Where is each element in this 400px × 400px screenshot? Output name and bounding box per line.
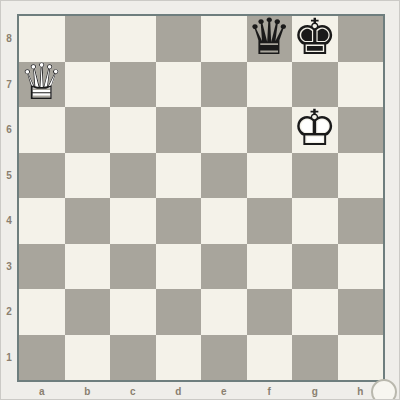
square-a5[interactable] bbox=[19, 153, 65, 199]
rank-label-3: 3 bbox=[1, 244, 17, 290]
square-c3[interactable] bbox=[110, 244, 156, 290]
square-c4[interactable] bbox=[110, 198, 156, 244]
rank-label-7: 7 bbox=[1, 62, 17, 108]
rank-label-8: 8 bbox=[1, 16, 17, 62]
rank-labels: 87654321 bbox=[1, 16, 17, 380]
square-h3[interactable] bbox=[338, 244, 384, 290]
board-frame: ♛♚♛♕♚♔ bbox=[17, 14, 385, 382]
square-a7[interactable]: ♛♕ bbox=[19, 62, 65, 108]
file-label-a: a bbox=[19, 383, 65, 399]
file-label-b: b bbox=[65, 383, 111, 399]
square-c1[interactable] bbox=[110, 335, 156, 381]
square-c8[interactable] bbox=[110, 16, 156, 62]
file-label-f: f bbox=[247, 383, 293, 399]
square-f8[interactable]: ♛ bbox=[247, 16, 293, 62]
square-e4[interactable] bbox=[201, 198, 247, 244]
rank-label-5: 5 bbox=[1, 153, 17, 199]
square-c6[interactable] bbox=[110, 107, 156, 153]
file-label-d: d bbox=[156, 383, 202, 399]
square-f6[interactable] bbox=[247, 107, 293, 153]
black-queen-icon: ♛ bbox=[247, 12, 292, 62]
white-queen-outline-icon: ♕ bbox=[19, 57, 64, 107]
file-label-e: e bbox=[201, 383, 247, 399]
white-king-icon: ♚ bbox=[292, 103, 337, 153]
white-king-g6[interactable]: ♚♔ bbox=[292, 107, 338, 153]
square-g7[interactable] bbox=[292, 62, 338, 108]
square-d1[interactable] bbox=[156, 335, 202, 381]
square-a3[interactable] bbox=[19, 244, 65, 290]
square-e2[interactable] bbox=[201, 289, 247, 335]
square-c7[interactable] bbox=[110, 62, 156, 108]
rank-label-6: 6 bbox=[1, 107, 17, 153]
square-d3[interactable] bbox=[156, 244, 202, 290]
square-f2[interactable] bbox=[247, 289, 293, 335]
rank-label-2: 2 bbox=[1, 289, 17, 335]
square-a1[interactable] bbox=[19, 335, 65, 381]
file-label-g: g bbox=[292, 383, 338, 399]
square-a6[interactable] bbox=[19, 107, 65, 153]
square-b6[interactable] bbox=[65, 107, 111, 153]
square-g2[interactable] bbox=[292, 289, 338, 335]
file-labels: abcdefgh bbox=[19, 383, 383, 399]
square-d7[interactable] bbox=[156, 62, 202, 108]
square-h7[interactable] bbox=[338, 62, 384, 108]
square-c5[interactable] bbox=[110, 153, 156, 199]
square-e6[interactable] bbox=[201, 107, 247, 153]
board: ♛♚♛♕♚♔ bbox=[19, 16, 383, 380]
black-queen-f8[interactable]: ♛ bbox=[247, 16, 293, 62]
square-e5[interactable] bbox=[201, 153, 247, 199]
square-g8[interactable]: ♚ bbox=[292, 16, 338, 62]
square-d5[interactable] bbox=[156, 153, 202, 199]
square-b1[interactable] bbox=[65, 335, 111, 381]
square-f3[interactable] bbox=[247, 244, 293, 290]
white-queen-a7[interactable]: ♛♕ bbox=[19, 62, 65, 108]
square-b8[interactable] bbox=[65, 16, 111, 62]
square-c2[interactable] bbox=[110, 289, 156, 335]
square-d8[interactable] bbox=[156, 16, 202, 62]
black-king-icon: ♚ bbox=[292, 12, 337, 62]
rank-label-4: 4 bbox=[1, 198, 17, 244]
square-h1[interactable] bbox=[338, 335, 384, 381]
square-e7[interactable] bbox=[201, 62, 247, 108]
square-g6[interactable]: ♚♔ bbox=[292, 107, 338, 153]
file-label-c: c bbox=[110, 383, 156, 399]
square-a8[interactable] bbox=[19, 16, 65, 62]
square-e1[interactable] bbox=[201, 335, 247, 381]
square-b5[interactable] bbox=[65, 153, 111, 199]
square-a4[interactable] bbox=[19, 198, 65, 244]
square-d6[interactable] bbox=[156, 107, 202, 153]
square-h2[interactable] bbox=[338, 289, 384, 335]
square-e8[interactable] bbox=[201, 16, 247, 62]
square-h6[interactable] bbox=[338, 107, 384, 153]
black-king-g8[interactable]: ♚ bbox=[292, 16, 338, 62]
square-h4[interactable] bbox=[338, 198, 384, 244]
square-f4[interactable] bbox=[247, 198, 293, 244]
square-g3[interactable] bbox=[292, 244, 338, 290]
white-queen-icon: ♛ bbox=[19, 57, 64, 107]
square-h8[interactable] bbox=[338, 16, 384, 62]
rank-label-1: 1 bbox=[1, 335, 17, 381]
square-f7[interactable] bbox=[247, 62, 293, 108]
circle-icon[interactable] bbox=[371, 379, 397, 400]
white-king-outline-icon: ♔ bbox=[292, 103, 337, 153]
square-g5[interactable] bbox=[292, 153, 338, 199]
square-b7[interactable] bbox=[65, 62, 111, 108]
square-g1[interactable] bbox=[292, 335, 338, 381]
chess-board-page: 87654321 ♛♚♛♕♚♔ abcdefgh bbox=[0, 0, 400, 400]
square-b4[interactable] bbox=[65, 198, 111, 244]
square-f5[interactable] bbox=[247, 153, 293, 199]
square-h5[interactable] bbox=[338, 153, 384, 199]
square-d2[interactable] bbox=[156, 289, 202, 335]
square-g4[interactable] bbox=[292, 198, 338, 244]
square-e3[interactable] bbox=[201, 244, 247, 290]
square-b3[interactable] bbox=[65, 244, 111, 290]
square-a2[interactable] bbox=[19, 289, 65, 335]
square-b2[interactable] bbox=[65, 289, 111, 335]
square-f1[interactable] bbox=[247, 335, 293, 381]
square-d4[interactable] bbox=[156, 198, 202, 244]
